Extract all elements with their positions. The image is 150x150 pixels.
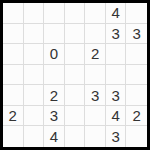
clue-cell-r1c6: 4 [106,3,127,24]
empty-cell-r7c5[interactable] [85,126,106,147]
clue-cell-r5c6: 3 [106,85,127,106]
empty-cell-r3c1[interactable] [3,44,24,65]
clue-cell-r3c5: 2 [85,44,106,65]
clue-cell-r3c3: 0 [44,44,65,65]
clue-cell-r6c3: 3 [44,106,65,127]
empty-cell-r1c2[interactable] [24,3,45,24]
empty-cell-r2c1[interactable] [3,24,24,45]
empty-cell-r4c5[interactable] [85,65,106,86]
empty-cell-r1c7[interactable] [126,3,147,24]
empty-cell-r7c7[interactable] [126,126,147,147]
empty-cell-r6c5[interactable] [85,106,106,127]
empty-cell-r4c2[interactable] [24,65,45,86]
empty-cell-r1c1[interactable] [3,3,24,24]
empty-cell-r6c2[interactable] [24,106,45,127]
clue-cell-r5c5: 3 [85,85,106,106]
clue-cell-r7c6: 3 [106,126,127,147]
empty-cell-r4c1[interactable] [3,65,24,86]
empty-cell-r7c2[interactable] [24,126,45,147]
empty-cell-r5c7[interactable] [126,85,147,106]
empty-cell-r5c1[interactable] [3,85,24,106]
clue-cell-r2c7: 3 [126,24,147,45]
empty-cell-r1c3[interactable] [44,3,65,24]
empty-cell-r2c2[interactable] [24,24,45,45]
clue-cell-r6c6: 4 [106,106,127,127]
empty-cell-r2c4[interactable] [65,24,86,45]
puzzle-grid: 43302233234243 [0,0,150,150]
clue-cell-r7c3: 4 [44,126,65,147]
empty-cell-r3c6[interactable] [106,44,127,65]
clue-cell-r6c7: 2 [126,106,147,127]
empty-cell-r4c6[interactable] [106,65,127,86]
empty-cell-r5c2[interactable] [24,85,45,106]
empty-cell-r2c3[interactable] [44,24,65,45]
empty-cell-r3c4[interactable] [65,44,86,65]
empty-cell-r4c4[interactable] [65,65,86,86]
clue-cell-r2c6: 3 [106,24,127,45]
empty-cell-r1c5[interactable] [85,3,106,24]
empty-cell-r7c4[interactable] [65,126,86,147]
clue-cell-r6c1: 2 [3,106,24,127]
clue-cell-r5c3: 2 [44,85,65,106]
empty-cell-r3c2[interactable] [24,44,45,65]
empty-cell-r6c4[interactable] [65,106,86,127]
empty-cell-r2c5[interactable] [85,24,106,45]
empty-cell-r5c4[interactable] [65,85,86,106]
empty-cell-r4c7[interactable] [126,65,147,86]
empty-cell-r1c4[interactable] [65,3,86,24]
empty-cell-r4c3[interactable] [44,65,65,86]
empty-cell-r3c7[interactable] [126,44,147,65]
empty-cell-r7c1[interactable] [3,126,24,147]
